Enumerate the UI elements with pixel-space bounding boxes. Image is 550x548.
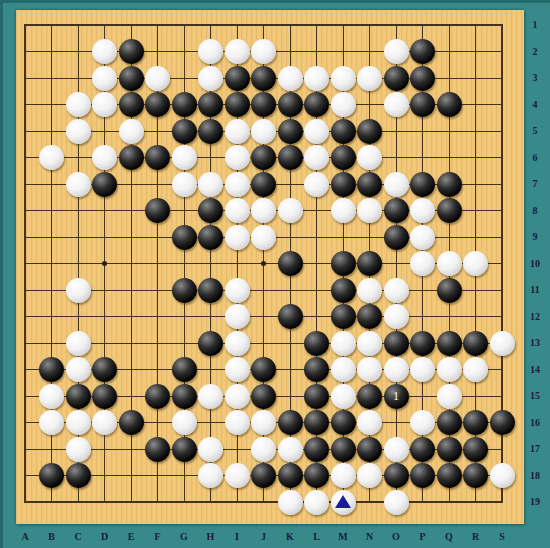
stone-black[interactable] [437,172,462,197]
stone-black[interactable] [357,304,382,329]
stone-black[interactable] [251,463,276,488]
stone-white[interactable] [410,410,435,435]
stone-white[interactable] [251,198,276,223]
stone-black[interactable] [66,463,91,488]
stone-black[interactable] [410,463,435,488]
stone-white[interactable] [410,357,435,382]
stone-black[interactable] [331,119,356,144]
stone-white[interactable] [225,225,250,250]
stone-black[interactable] [437,198,462,223]
stone-white[interactable] [172,172,197,197]
stone-black[interactable] [437,92,462,117]
row-label: 4 [524,99,546,110]
stone-white[interactable] [278,198,303,223]
stone-white[interactable] [384,278,409,303]
stone-white[interactable] [331,198,356,223]
stone-black[interactable] [463,437,488,462]
stone-white[interactable] [331,463,356,488]
column-label: H [201,531,221,542]
stone-black[interactable] [331,251,356,276]
stone-black[interactable] [92,172,117,197]
stone-black[interactable] [357,437,382,462]
go-board-window: 1 ABCDEFGHIJKLMNOPQRS1234567891011121314… [0,0,550,548]
stone-black[interactable] [119,145,144,170]
stone-black[interactable] [278,251,303,276]
stone-black[interactable] [304,331,329,356]
row-label: 14 [524,364,546,375]
stone-white[interactable] [357,278,382,303]
column-label: C [68,531,88,542]
column-label: F [148,531,168,542]
stone-black[interactable] [304,357,329,382]
stone-white[interactable] [490,463,515,488]
stone-black[interactable] [304,92,329,117]
stone-black[interactable] [410,437,435,462]
row-label: 7 [524,178,546,189]
stone-black[interactable]: 1 [384,384,409,409]
stone-white[interactable] [463,251,488,276]
stone-black[interactable] [304,410,329,435]
stone-white[interactable] [304,172,329,197]
column-label: R [466,531,486,542]
stone-black[interactable] [198,198,223,223]
stone-white[interactable] [39,145,64,170]
stone-white[interactable] [357,198,382,223]
stone-white[interactable] [304,490,329,515]
stone-white[interactable] [39,384,64,409]
stone-white[interactable] [357,66,382,91]
column-label: G [174,531,194,542]
stone-white[interactable] [225,172,250,197]
stone-black[interactable] [145,384,170,409]
stone-black[interactable] [437,278,462,303]
column-label: B [42,531,62,542]
stone-white[interactable] [304,145,329,170]
move-number-label: 1 [384,384,409,409]
row-label: 11 [524,284,546,295]
stone-white[interactable] [225,410,250,435]
stone-white[interactable] [357,410,382,435]
stone-white[interactable] [357,331,382,356]
stone-white[interactable] [66,92,91,117]
column-label: L [307,531,327,542]
stone-white[interactable] [198,384,223,409]
stone-black[interactable] [198,92,223,117]
stone-white[interactable] [437,357,462,382]
stone-white[interactable] [198,437,223,462]
stone-black[interactable] [278,92,303,117]
stone-black[interactable] [357,251,382,276]
column-label: P [413,531,433,542]
stone-white[interactable] [304,66,329,91]
stone-black[interactable] [384,225,409,250]
stone-black[interactable] [357,172,382,197]
stone-white[interactable] [66,172,91,197]
stone-white[interactable] [384,39,409,64]
star-point [102,261,107,266]
stone-white[interactable] [145,66,170,91]
stone-black[interactable] [92,384,117,409]
stone-white[interactable] [357,357,382,382]
stone-black[interactable] [331,145,356,170]
stone-white[interactable] [198,172,223,197]
stone-black[interactable] [463,463,488,488]
column-label: I [227,531,247,542]
stone-black[interactable] [145,92,170,117]
grid-line-horizontal [24,501,503,503]
stone-black[interactable] [66,384,91,409]
stone-black[interactable] [384,198,409,223]
stone-black[interactable] [172,278,197,303]
row-label: 1 [524,19,546,30]
stone-white[interactable] [357,463,382,488]
stone-white[interactable] [410,198,435,223]
column-label: J [254,531,274,542]
stone-white[interactable] [225,463,250,488]
stone-black[interactable] [384,66,409,91]
stone-white[interactable] [66,278,91,303]
stone-white[interactable] [92,410,117,435]
stone-black[interactable] [172,437,197,462]
row-label: 8 [524,205,546,216]
stone-black[interactable] [39,357,64,382]
stone-white[interactable] [92,92,117,117]
stone-black[interactable] [410,39,435,64]
stone-white[interactable] [198,66,223,91]
row-label: 16 [524,417,546,428]
stone-black[interactable] [278,463,303,488]
stone-white[interactable] [384,490,409,515]
stone-white[interactable] [384,437,409,462]
stone-white[interactable] [119,119,144,144]
stone-black[interactable] [331,410,356,435]
stone-black[interactable] [251,384,276,409]
stone-black[interactable] [198,225,223,250]
row-label: 6 [524,152,546,163]
stone-black[interactable] [278,304,303,329]
stone-white[interactable] [225,278,250,303]
stone-black[interactable] [490,410,515,435]
stone-black[interactable] [384,331,409,356]
stone-white[interactable] [251,225,276,250]
stone-white[interactable] [331,490,356,515]
stone-black[interactable] [410,172,435,197]
stone-black[interactable] [172,384,197,409]
window-bevel-left [0,0,3,548]
stone-white[interactable] [331,92,356,117]
stone-white[interactable] [251,437,276,462]
stone-white[interactable] [331,357,356,382]
stone-white[interactable] [92,66,117,91]
stone-black[interactable] [225,92,250,117]
column-label: Q [439,531,459,542]
stone-white[interactable] [225,384,250,409]
stone-white[interactable] [251,119,276,144]
row-label: 3 [524,72,546,83]
stone-black[interactable] [119,410,144,435]
stone-white[interactable] [410,251,435,276]
column-label: E [121,531,141,542]
stone-white[interactable] [225,145,250,170]
stone-black[interactable] [251,172,276,197]
row-label: 17 [524,443,546,454]
triangle-marker [335,495,351,508]
stone-black[interactable] [437,463,462,488]
stone-white[interactable] [278,437,303,462]
stone-white[interactable] [225,39,250,64]
stone-white[interactable] [198,39,223,64]
stone-white[interactable] [437,251,462,276]
row-label: 5 [524,125,546,136]
stone-black[interactable] [198,278,223,303]
stone-black[interactable] [437,437,462,462]
stone-black[interactable] [331,437,356,462]
stone-white[interactable] [172,410,197,435]
stone-white[interactable] [463,357,488,382]
stone-black[interactable] [251,357,276,382]
stone-black[interactable] [331,172,356,197]
stone-white[interactable] [304,119,329,144]
stone-white[interactable] [331,331,356,356]
stone-white[interactable] [172,145,197,170]
stone-black[interactable] [331,278,356,303]
stone-white[interactable] [384,304,409,329]
stone-white[interactable] [384,172,409,197]
stone-black[interactable] [410,331,435,356]
stone-black[interactable] [145,437,170,462]
stone-white[interactable] [225,119,250,144]
row-label: 19 [524,496,546,507]
column-label: S [492,531,512,542]
stone-black[interactable] [251,145,276,170]
stone-black[interactable] [357,119,382,144]
stone-black[interactable] [251,66,276,91]
grid-line-horizontal [24,290,503,291]
column-label: A [15,531,35,542]
stone-white[interactable] [251,410,276,435]
row-label: 9 [524,231,546,242]
stone-black[interactable] [119,92,144,117]
stone-white[interactable] [66,410,91,435]
stone-black[interactable] [278,119,303,144]
column-label: M [333,531,353,542]
row-label: 2 [524,46,546,57]
stone-white[interactable] [437,384,462,409]
grid-line-horizontal [24,316,503,317]
stone-white[interactable] [225,198,250,223]
stone-black[interactable] [304,384,329,409]
stone-white[interactable] [410,225,435,250]
row-label: 13 [524,337,546,348]
stone-black[interactable] [304,463,329,488]
stone-black[interactable] [410,92,435,117]
row-label: 18 [524,470,546,481]
stone-white[interactable] [66,357,91,382]
stone-white[interactable] [331,66,356,91]
stone-white[interactable] [278,490,303,515]
stone-black[interactable] [437,410,462,435]
row-label: 12 [524,311,546,322]
stone-white[interactable] [490,331,515,356]
star-point [261,261,266,266]
stone-black[interactable] [437,331,462,356]
stone-white[interactable] [384,92,409,117]
stone-white[interactable] [278,66,303,91]
stone-black[interactable] [92,357,117,382]
column-label: O [386,531,406,542]
stone-black[interactable] [145,145,170,170]
stone-white[interactable] [384,357,409,382]
window-bevel-top [0,0,550,3]
stone-white[interactable] [92,39,117,64]
stone-white[interactable] [225,304,250,329]
stone-black[interactable] [384,463,409,488]
column-label: D [95,531,115,542]
stone-white[interactable] [92,145,117,170]
stone-white[interactable] [225,331,250,356]
stone-white[interactable] [251,39,276,64]
stone-black[interactable] [198,331,223,356]
stone-white[interactable] [39,410,64,435]
stone-white[interactable] [198,463,223,488]
stone-black[interactable] [278,145,303,170]
stone-black[interactable] [463,331,488,356]
stone-black[interactable] [357,384,382,409]
stone-white[interactable] [331,384,356,409]
stone-black[interactable] [39,463,64,488]
stone-black[interactable] [198,119,223,144]
stone-white[interactable] [225,357,250,382]
column-label: K [280,531,300,542]
stone-black[interactable] [225,66,250,91]
stone-black[interactable] [278,410,303,435]
stone-white[interactable] [66,119,91,144]
stone-black[interactable] [410,66,435,91]
stone-black[interactable] [119,39,144,64]
stone-black[interactable] [145,198,170,223]
stone-black[interactable] [331,304,356,329]
stone-white[interactable] [357,145,382,170]
row-label: 15 [524,390,546,401]
stone-black[interactable] [172,225,197,250]
stone-black[interactable] [172,92,197,117]
stone-black[interactable] [172,119,197,144]
stone-black[interactable] [251,92,276,117]
stone-black[interactable] [172,357,197,382]
stone-black[interactable] [304,437,329,462]
column-label: N [360,531,380,542]
stone-white[interactable] [66,437,91,462]
stone-white[interactable] [66,331,91,356]
stone-black[interactable] [119,66,144,91]
row-label: 10 [524,258,546,269]
stone-black[interactable] [463,410,488,435]
